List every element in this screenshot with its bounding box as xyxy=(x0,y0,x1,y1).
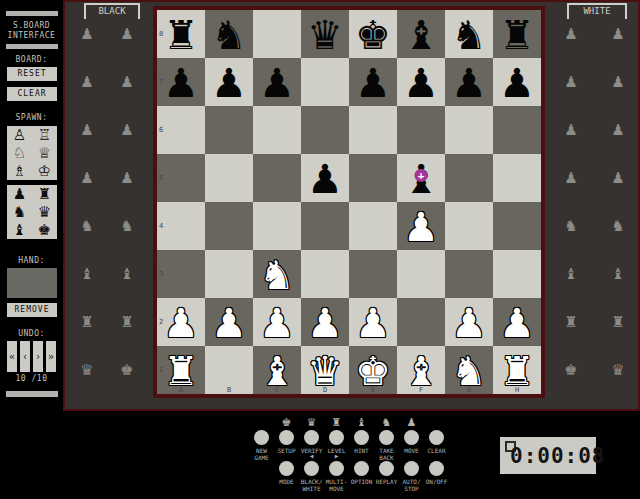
black-rook-piece: ♜ xyxy=(493,10,541,58)
tray-piece-icon: ♞ xyxy=(67,202,107,250)
control-slot-new-game: NEW GAME xyxy=(249,416,274,461)
square-e2[interactable]: ♟ xyxy=(349,298,397,346)
square-g5[interactable] xyxy=(445,154,493,202)
on-off-label: ON/OFF xyxy=(424,478,449,485)
tray-piece-icon: ♟ xyxy=(551,154,591,202)
square-c1[interactable]: C♝ xyxy=(253,346,301,394)
spawn-white-knight[interactable]: ♘ xyxy=(7,144,32,162)
square-g8[interactable]: ♞ xyxy=(445,10,493,58)
tray-piece-icon: ♞ xyxy=(598,202,638,250)
square-b2[interactable]: ♟ xyxy=(205,298,253,346)
square-h4[interactable] xyxy=(493,202,541,250)
square-h1[interactable]: H♜ xyxy=(493,346,541,394)
multi-move-label: MULTI- MOVE xyxy=(324,478,349,492)
tray-piece-icon: ♚ xyxy=(107,346,147,394)
tray-piece-icon: ♝ xyxy=(598,250,638,298)
palette-white: ♙♖♘♕♗♔ xyxy=(7,126,57,180)
move-button[interactable] xyxy=(404,430,419,445)
rank-label-7: 7 xyxy=(159,78,163,86)
square-c3[interactable]: ♞ xyxy=(253,250,301,298)
undo-counter: 10 /10 xyxy=(0,374,63,383)
square-f7[interactable]: ♟ xyxy=(397,58,445,106)
square-e1[interactable]: E♚ xyxy=(349,346,397,394)
replay-label: REPLAY xyxy=(374,478,399,485)
square-g7[interactable]: ♟ xyxy=(445,58,493,106)
board-frame: 8♜♞♛♚♝♞♜7♟♟♟♟♟♟♟65♟♝+4♟3♞2♟♟♟♟♟♟♟1A♜BC♝D… xyxy=(153,6,545,398)
black-pawn-piece: ♟ xyxy=(157,58,205,106)
pawn-icon: ♟ xyxy=(407,416,417,429)
spawn-white-king[interactable]: ♔ xyxy=(32,162,57,180)
white-knight-piece: ♞ xyxy=(253,250,301,298)
rank-label-8: 8 xyxy=(159,30,163,38)
square-h3[interactable] xyxy=(493,250,541,298)
file-label-e: E xyxy=(349,386,397,394)
tray-piece-icon: ♜ xyxy=(598,298,638,346)
sidebar-divider-2 xyxy=(6,44,58,49)
reset-button[interactable]: RESET xyxy=(7,67,57,81)
black-pawn-piece: ♟ xyxy=(205,58,253,106)
control-row-2: MODE◀BLACK/ WHITE▶MULTI- MOVEOPTIONREPLA… xyxy=(274,452,449,492)
square-c4[interactable] xyxy=(253,202,301,250)
hand-slot[interactable] xyxy=(7,268,57,298)
auto-stop-label: AUTO/ STOP xyxy=(399,478,424,492)
square-a4[interactable]: 4 xyxy=(157,202,205,250)
control-slot-option: OPTION xyxy=(349,452,374,492)
white-side-label: WHITE xyxy=(583,5,610,19)
tray-piece-icon: ♝ xyxy=(67,250,107,298)
file-label-a: A xyxy=(157,386,205,394)
white-pawn-piece: ♟ xyxy=(157,298,205,346)
black-rook-piece: ♜ xyxy=(157,10,205,58)
tray-piece-icon: ♞ xyxy=(107,202,147,250)
square-d5[interactable]: ♟ xyxy=(301,154,349,202)
spawn-black-bishop[interactable]: ♝ xyxy=(7,221,32,239)
sidebar-divider-top xyxy=(6,11,58,16)
square-e7[interactable]: ♟ xyxy=(349,58,397,106)
tray-piece-icon: ♟ xyxy=(67,106,107,154)
undo-last-button[interactable]: » xyxy=(46,341,56,372)
undo-forward-button[interactable]: › xyxy=(33,341,43,372)
white-pawn-piece: ♟ xyxy=(301,298,349,346)
rank-label-4: 4 xyxy=(159,222,163,230)
control-slot-auto-stop: AUTO/ STOP xyxy=(399,452,424,492)
spawn-black-pawn[interactable]: ♟ xyxy=(7,185,32,203)
chess-computer-ui: { "app": { "title_line1": "S.BOARD", "ti… xyxy=(0,0,640,499)
square-f1[interactable]: F♝ xyxy=(397,346,445,394)
clock-time: 0:00:08 xyxy=(510,444,594,468)
white-pawn-piece: ♟ xyxy=(445,298,493,346)
undo-buttons: «‹›» xyxy=(7,341,57,372)
mode-label: MODE xyxy=(274,478,299,485)
tray-piece-icon: ♞ xyxy=(551,202,591,250)
control-slot-mode: MODE xyxy=(274,452,299,492)
spawn-white-queen[interactable]: ♕ xyxy=(32,144,57,162)
square-b5[interactable] xyxy=(205,154,253,202)
tray-piece-icon: ♟ xyxy=(107,58,147,106)
file-label-h: H xyxy=(493,386,541,394)
replay-button[interactable] xyxy=(379,461,394,476)
rank-label-2: 2 xyxy=(159,318,163,326)
square-g6[interactable] xyxy=(445,106,493,154)
square-c7[interactable]: ♟ xyxy=(253,58,301,106)
tray-piece-icon: ♛ xyxy=(67,346,107,394)
spawn-black-queen[interactable]: ♛ xyxy=(32,203,57,221)
black-side-label: BLACK xyxy=(98,5,125,19)
square-d6[interactable] xyxy=(301,106,349,154)
black-pawn-piece: ♟ xyxy=(493,58,541,106)
square-a8[interactable]: 8♜ xyxy=(157,10,205,58)
tray-piece-icon: ♟ xyxy=(107,106,147,154)
white-pawn-piece: ♟ xyxy=(349,298,397,346)
app-title-line1: S.BOARD xyxy=(0,21,63,30)
queen-icon: ♛ xyxy=(307,416,317,429)
board-section-label: BOARD: xyxy=(0,55,63,64)
option-button[interactable] xyxy=(354,461,369,476)
auto-stop-button[interactable] xyxy=(404,461,419,476)
palette-black: ♟♜♞♛♝♚ xyxy=(7,185,57,239)
black-queen-piece: ♛ xyxy=(301,10,349,58)
rank-label-6: 6 xyxy=(159,126,163,134)
rank-label-5: 5 xyxy=(159,174,163,182)
level-button[interactable] xyxy=(329,430,344,445)
file-label-d: D xyxy=(301,386,349,394)
bishop-icon: ♝ xyxy=(357,416,367,429)
square-d4[interactable] xyxy=(301,202,349,250)
square-d8[interactable]: ♛ xyxy=(301,10,349,58)
tray-piece-icon: ♛ xyxy=(598,346,638,394)
verify-button[interactable] xyxy=(304,430,319,445)
file-label-g: G xyxy=(445,386,493,394)
new-game-label: NEW GAME xyxy=(249,447,274,461)
square-a6[interactable]: 6 xyxy=(157,106,205,154)
file-label-c: C xyxy=(253,386,301,394)
square-h7[interactable]: ♟ xyxy=(493,58,541,106)
tray-piece-icon: ♟ xyxy=(551,106,591,154)
spawn-white-pawn[interactable]: ♙ xyxy=(7,126,32,144)
square-h8[interactable]: ♜ xyxy=(493,10,541,58)
tray-piece-icon: ♟ xyxy=(107,154,147,202)
chess-board: 8♜♞♛♚♝♞♜7♟♟♟♟♟♟♟65♟♝+4♟3♞2♟♟♟♟♟♟♟1A♜BC♝D… xyxy=(157,10,541,394)
tray-right: ♟♟♟♟♟♟♟♟♞♞♝♝♜♜♚♛ xyxy=(551,10,638,394)
white-pawn-piece: ♟ xyxy=(493,298,541,346)
black-pawn-piece: ♟ xyxy=(445,58,493,106)
square-a2[interactable]: 2♟ xyxy=(157,298,205,346)
sidebar-divider-bottom xyxy=(6,391,58,397)
square-f6[interactable] xyxy=(397,106,445,154)
square-g4[interactable] xyxy=(445,202,493,250)
setup-button[interactable] xyxy=(279,430,294,445)
square-c6[interactable] xyxy=(253,106,301,154)
undo-back-button[interactable]: ‹ xyxy=(20,341,30,372)
square-h6[interactable] xyxy=(493,106,541,154)
square-a5[interactable]: 5 xyxy=(157,154,205,202)
square-e4[interactable] xyxy=(349,202,397,250)
square-f2[interactable] xyxy=(397,298,445,346)
square-f4[interactable]: ♟ xyxy=(397,202,445,250)
cursor-marker: + xyxy=(415,169,428,182)
hint-button[interactable] xyxy=(354,430,369,445)
square-b8[interactable]: ♞ xyxy=(205,10,253,58)
spawn-section-label: SPAWN: xyxy=(0,113,63,122)
control-slot-multi-move: ▶MULTI- MOVE xyxy=(324,452,349,492)
clear-board-button[interactable]: CLEAR xyxy=(7,87,57,101)
tray-piece-icon: ♟ xyxy=(598,154,638,202)
tray-piece-icon: ♝ xyxy=(551,250,591,298)
clear-button[interactable] xyxy=(429,430,444,445)
black-pawn-piece: ♟ xyxy=(349,58,397,106)
square-f5[interactable]: ♝+ xyxy=(397,154,445,202)
takeback-button[interactable] xyxy=(379,430,394,445)
spawn-black-knight[interactable]: ♞ xyxy=(7,203,32,221)
black-white-button[interactable] xyxy=(304,461,319,476)
tray-piece-icon: ♚ xyxy=(551,346,591,394)
white-pawn-piece: ♟ xyxy=(253,298,301,346)
square-h2[interactable]: ♟ xyxy=(493,298,541,346)
black-white-label: BLACK/ WHITE xyxy=(299,478,324,492)
square-e8[interactable]: ♚ xyxy=(349,10,397,58)
spawn-black-rook[interactable]: ♜ xyxy=(32,185,57,203)
square-b6[interactable] xyxy=(205,106,253,154)
square-f3[interactable] xyxy=(397,250,445,298)
square-a7[interactable]: 7♟ xyxy=(157,58,205,106)
square-c2[interactable]: ♟ xyxy=(253,298,301,346)
hand-section-label: HAND: xyxy=(0,256,63,265)
square-e5[interactable] xyxy=(349,154,397,202)
tray-piece-icon: ♟ xyxy=(551,58,591,106)
square-b4[interactable] xyxy=(205,202,253,250)
tray-piece-icon: ♟ xyxy=(67,58,107,106)
tray-piece-icon: ♟ xyxy=(67,154,107,202)
spawn-white-bishop[interactable]: ♗ xyxy=(7,162,32,180)
square-e6[interactable] xyxy=(349,106,397,154)
square-d7[interactable] xyxy=(301,58,349,106)
white-side-tab: WHITE xyxy=(567,3,627,19)
undo-section-label: UNDO: xyxy=(0,329,63,338)
square-g2[interactable]: ♟ xyxy=(445,298,493,346)
square-d3[interactable] xyxy=(301,250,349,298)
black-knight-piece: ♞ xyxy=(445,10,493,58)
multi-move-button[interactable] xyxy=(329,461,344,476)
lcd-clock: 0:00:08 xyxy=(500,437,596,474)
tray-piece-icon: ♝ xyxy=(107,250,147,298)
square-g3[interactable] xyxy=(445,250,493,298)
undo-first-button[interactable]: « xyxy=(7,341,17,372)
rook-icon: ♜ xyxy=(332,416,342,429)
square-f8[interactable]: ♝ xyxy=(397,10,445,58)
new-game-button[interactable] xyxy=(254,430,269,445)
square-a3[interactable]: 3 xyxy=(157,250,205,298)
square-g1[interactable]: G♞ xyxy=(445,346,493,394)
tray-piece-icon: ♜ xyxy=(107,298,147,346)
square-d1[interactable]: D♛ xyxy=(301,346,349,394)
remove-button[interactable]: REMOVE xyxy=(7,303,57,317)
tray-piece-icon: ♜ xyxy=(67,298,107,346)
knight-icon: ♞ xyxy=(382,416,392,429)
black-bishop-piece: ♝ xyxy=(397,10,445,58)
mode-button[interactable] xyxy=(279,461,294,476)
white-pawn-piece: ♟ xyxy=(205,298,253,346)
control-slot-on-off: ON/OFF xyxy=(424,452,449,492)
tray-left: ♟♟♟♟♟♟♟♟♞♞♝♝♜♜♛♚ xyxy=(67,10,147,394)
square-c5[interactable] xyxy=(253,154,301,202)
square-d2[interactable]: ♟ xyxy=(301,298,349,346)
right-arrow-icon: ▶ xyxy=(335,452,339,460)
tray-piece-icon: ♟ xyxy=(598,58,638,106)
square-c8[interactable] xyxy=(253,10,301,58)
square-b1[interactable]: B xyxy=(205,346,253,394)
square-e3[interactable] xyxy=(349,250,397,298)
tray-piece-icon: ♜ xyxy=(551,298,591,346)
left-arrow-icon: ◀ xyxy=(310,452,314,460)
black-side-tab: BLACK xyxy=(84,3,140,19)
black-pawn-piece: ♟ xyxy=(253,58,301,106)
on-off-button[interactable] xyxy=(429,461,444,476)
king-icon: ♚ xyxy=(282,416,292,429)
black-knight-piece: ♞ xyxy=(205,10,253,58)
rank-label-1: 1 xyxy=(159,366,163,374)
white-pawn-piece: ♟ xyxy=(397,202,445,250)
square-b7[interactable]: ♟ xyxy=(205,58,253,106)
file-label-f: F xyxy=(397,386,445,394)
control-slot-black-white: ◀BLACK/ WHITE xyxy=(299,452,324,492)
control-slot-replay: REPLAY xyxy=(374,452,399,492)
square-b3[interactable] xyxy=(205,250,253,298)
app-title-line2: INTERFACE xyxy=(0,31,63,40)
tray-piece-icon: ♟ xyxy=(598,106,638,154)
black-pawn-piece: ♟ xyxy=(397,58,445,106)
square-a1[interactable]: 1A♜ xyxy=(157,346,205,394)
spawn-black-king[interactable]: ♚ xyxy=(32,221,57,239)
file-label-b: B xyxy=(205,386,253,394)
square-h5[interactable] xyxy=(493,154,541,202)
spawn-white-rook[interactable]: ♖ xyxy=(32,126,57,144)
option-label: OPTION xyxy=(349,478,374,485)
rank-label-3: 3 xyxy=(159,270,163,278)
black-pawn-piece: ♟ xyxy=(301,154,349,202)
black-king-piece: ♚ xyxy=(349,10,397,58)
